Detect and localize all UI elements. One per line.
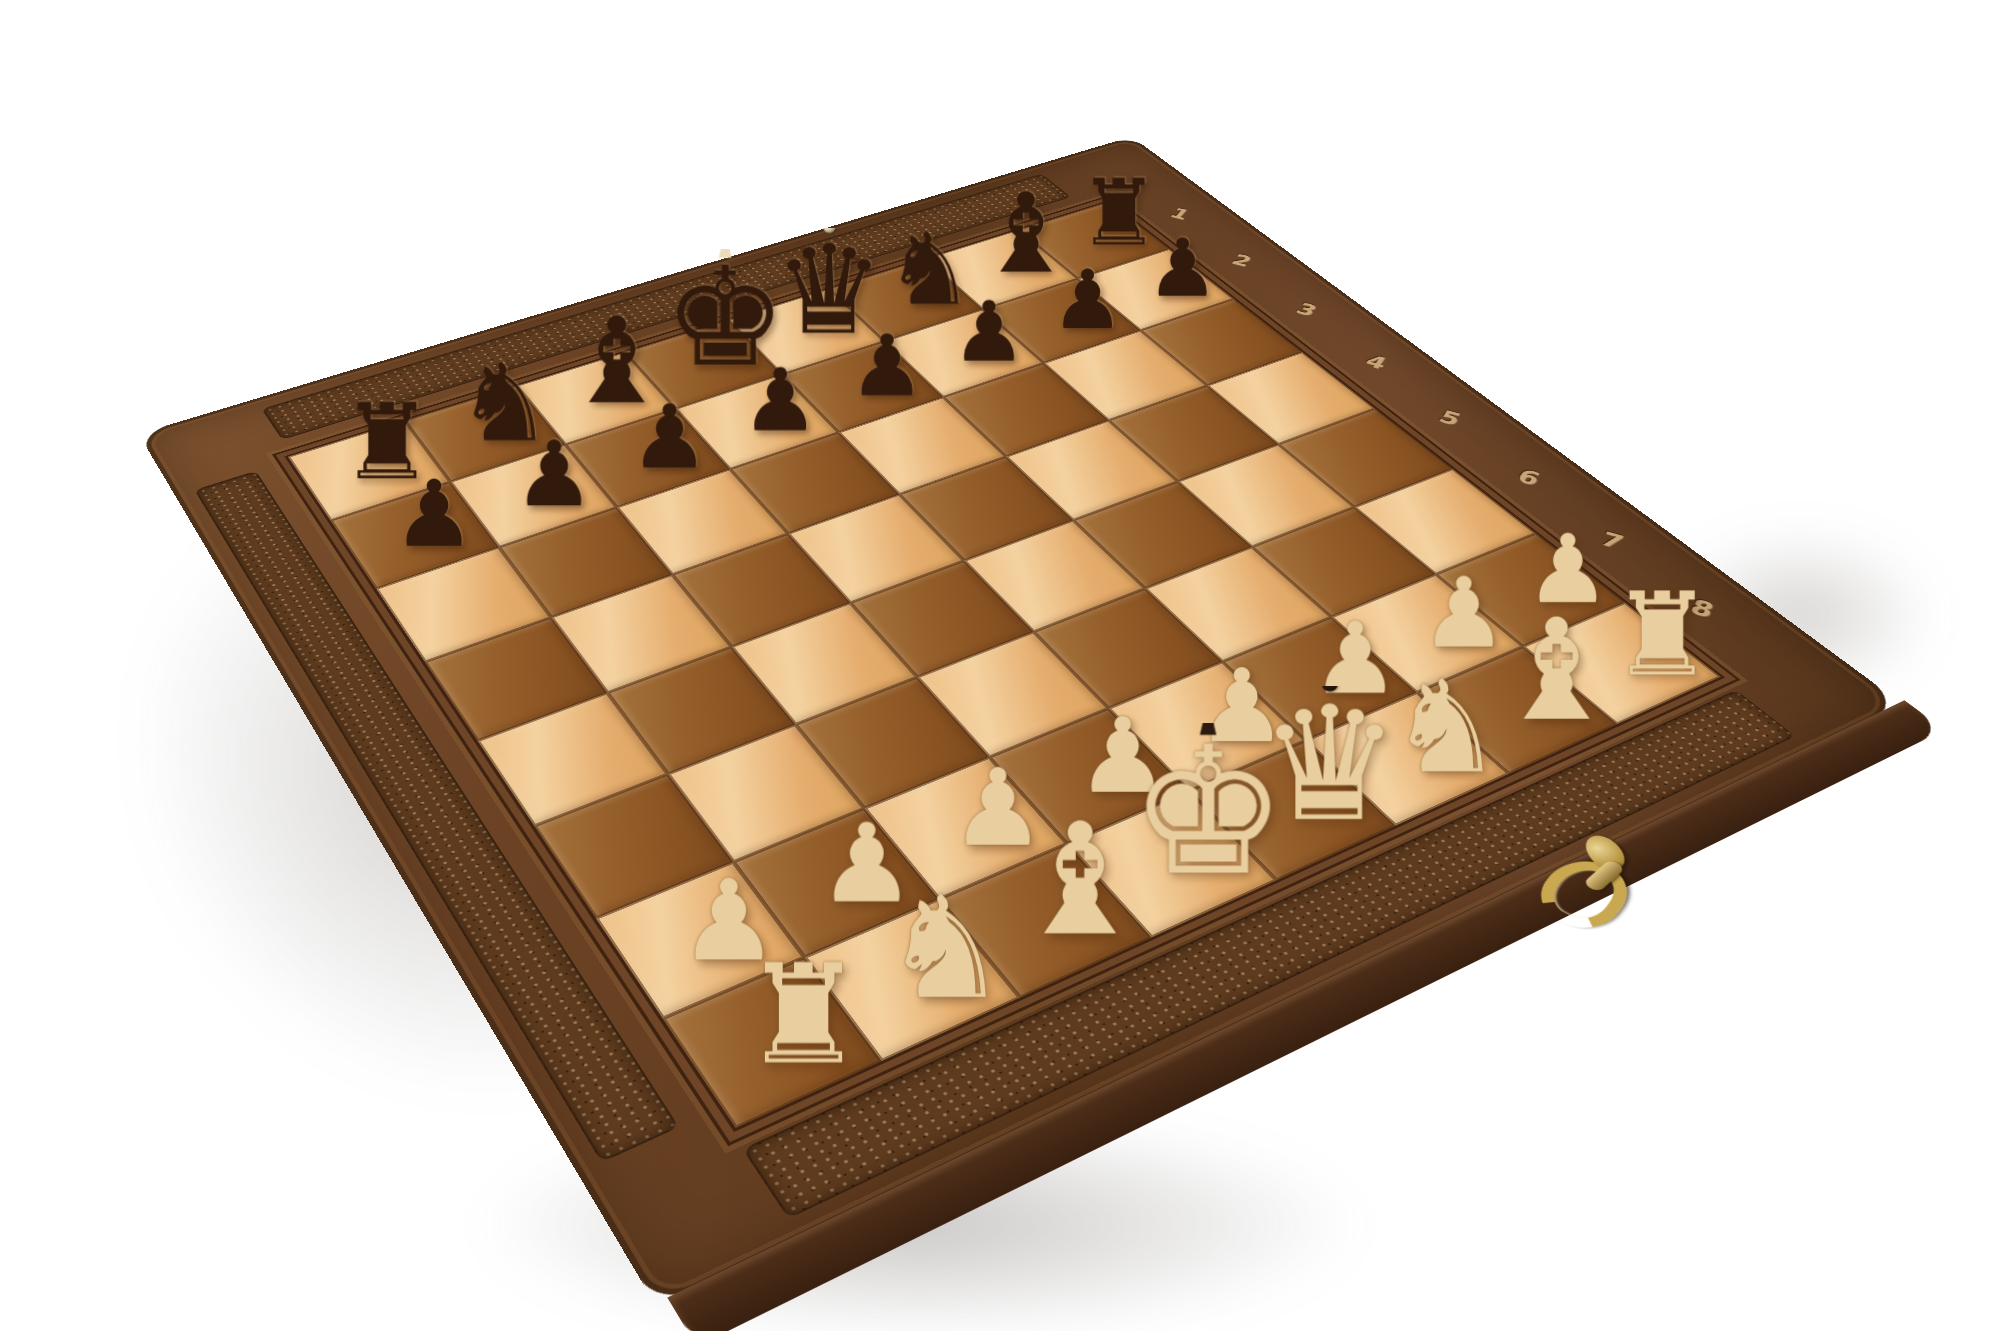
white-knight[interactable]: ♞	[865, 878, 1026, 1019]
black-pawn[interactable]: ♟	[719, 358, 841, 445]
black-queen-finial-icon	[823, 220, 836, 233]
product-photo-scene: 12345678 ♜♞♝♚♛♞♝♜♟♟♟♟♟♟♟♟♟♟♟♟♟♟♟♟♜♞♝♚♛♞♝…	[0, 0, 1999, 1331]
black-pawn-glyph: ♟	[1051, 259, 1124, 341]
white-rook-glyph: ♜	[742, 947, 865, 1084]
edge-label-3: 3	[1292, 300, 1321, 320]
chess-board: 12345678 ♜♞♝♚♛♞♝♜♟♟♟♟♟♟♟♟♟♟♟♟♟♟♟♟♜♞♝♚♛♞♝…	[138, 137, 1903, 1308]
black-pawn[interactable]: ♟	[369, 469, 499, 561]
black-pawn-glyph: ♟	[514, 430, 595, 520]
black-pawn[interactable]: ♟	[827, 324, 947, 409]
clasp-hook-icon	[1527, 849, 1642, 939]
white-bishop-glyph: ♝	[1011, 803, 1149, 957]
board-3d-wrapper: 12345678 ♜♞♝♚♛♞♝♜♟♟♟♟♟♟♟♟♟♟♟♟♟♟♟♟♜♞♝♚♛♞♝…	[138, 137, 1903, 1308]
edge-label-6: 6	[1513, 465, 1543, 489]
black-pawn[interactable]: ♟	[930, 291, 1048, 374]
black-pawn-glyph: ♟	[393, 469, 476, 561]
white-rook[interactable]: ♜	[721, 947, 886, 1084]
black-pawn-glyph: ♟	[1147, 229, 1219, 309]
edge-label-5: 5	[1435, 406, 1465, 429]
white-knight-glyph: ♞	[882, 878, 1008, 1019]
black-pawn-glyph: ♟	[630, 393, 709, 481]
white-knight-glyph: ♞	[1389, 663, 1503, 791]
white-queen-finial-icon	[1322, 675, 1338, 691]
black-king-finial-icon	[719, 230, 732, 257]
edge-label-4: 4	[1361, 351, 1390, 372]
square-a6[interactable]	[376, 547, 551, 662]
black-pawn-glyph: ♟	[849, 324, 925, 409]
black-pawn[interactable]: ♟	[607, 393, 732, 481]
clasp-eyelet-icon	[1579, 833, 1631, 872]
black-pawn-glyph: ♟	[742, 358, 820, 445]
black-pawn-glyph: ♟	[952, 291, 1027, 374]
square-h4[interactable]	[1278, 408, 1452, 507]
black-pawn[interactable]: ♟	[491, 430, 619, 520]
clasp-pin-icon	[1583, 859, 1626, 893]
white-king-finial-icon	[1200, 700, 1216, 735]
